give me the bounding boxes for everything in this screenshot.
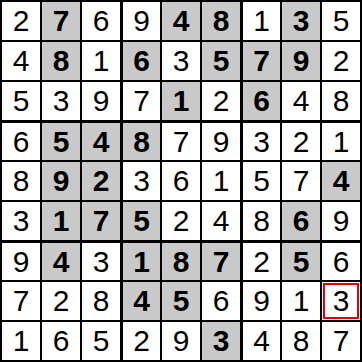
cell-r3c2[interactable]: 3 [42,82,80,120]
cell-r8c3[interactable]: 8 [82,282,120,320]
cell-r7c8[interactable]: 5 [282,242,320,280]
cell-r4c1[interactable]: 6 [2,122,40,160]
cell-r2c3[interactable]: 1 [82,42,120,80]
cell-r6c5[interactable]: 2 [162,202,200,240]
cell-r3c4[interactable]: 7 [122,82,160,120]
cell-r7c4[interactable]: 1 [122,242,160,280]
cell-r5c8[interactable]: 7 [282,162,320,200]
cell-r4c9[interactable]: 1 [322,122,360,160]
cell-r5c3[interactable]: 2 [82,162,120,200]
cell-r2c9[interactable]: 2 [322,42,360,80]
cell-r1c6[interactable]: 8 [202,2,240,40]
cell-r1c4[interactable]: 9 [122,2,160,40]
cell-r4c6[interactable]: 9 [202,122,240,160]
cell-r5c6[interactable]: 1 [202,162,240,200]
cell-r3c3[interactable]: 9 [82,82,120,120]
cell-r9c1[interactable]: 1 [2,322,40,360]
cell-r2c5[interactable]: 3 [162,42,200,80]
cell-r1c7[interactable]: 1 [242,2,280,40]
cell-r8c6[interactable]: 6 [202,282,240,320]
cell-r1c5[interactable]: 4 [162,2,200,40]
cell-r5c7[interactable]: 5 [242,162,280,200]
cell-r3c8[interactable]: 4 [282,82,320,120]
cell-r3c7[interactable]: 6 [242,82,280,120]
cell-r9c5[interactable]: 9 [162,322,200,360]
cell-r6c4[interactable]: 5 [122,202,160,240]
cell-r3c9[interactable]: 8 [322,82,360,120]
cell-r6c9[interactable]: 9 [322,202,360,240]
cell-r9c3[interactable]: 5 [82,322,120,360]
cell-r8c9[interactable]: 3 [322,282,360,320]
sudoku-board: 2769481354816357925397126486548793218923… [0,0,362,362]
cell-r9c4[interactable]: 2 [122,322,160,360]
cell-r7c9[interactable]: 6 [322,242,360,280]
cell-r8c1[interactable]: 7 [2,282,40,320]
cell-r4c3[interactable]: 4 [82,122,120,160]
cell-r6c8[interactable]: 6 [282,202,320,240]
cell-r4c2[interactable]: 5 [42,122,80,160]
cell-r1c1[interactable]: 2 [2,2,40,40]
cell-r6c3[interactable]: 7 [82,202,120,240]
cell-r6c6[interactable]: 4 [202,202,240,240]
cell-r8c2[interactable]: 2 [42,282,80,320]
cell-r5c5[interactable]: 6 [162,162,200,200]
cell-r6c7[interactable]: 8 [242,202,280,240]
cell-r4c7[interactable]: 3 [242,122,280,160]
cell-r5c1[interactable]: 8 [2,162,40,200]
cell-r7c6[interactable]: 7 [202,242,240,280]
cell-r8c5[interactable]: 5 [162,282,200,320]
cell-r7c3[interactable]: 3 [82,242,120,280]
cell-r6c2[interactable]: 1 [42,202,80,240]
cell-r7c7[interactable]: 2 [242,242,280,280]
cell-r5c2[interactable]: 9 [42,162,80,200]
cell-r2c7[interactable]: 7 [242,42,280,80]
cell-r3c5[interactable]: 1 [162,82,200,120]
cell-r5c4[interactable]: 3 [122,162,160,200]
cell-r7c1[interactable]: 9 [2,242,40,280]
cell-r2c1[interactable]: 4 [2,42,40,80]
cell-r8c8[interactable]: 1 [282,282,320,320]
cell-r9c2[interactable]: 6 [42,322,80,360]
cell-r5c9[interactable]: 4 [322,162,360,200]
cell-r7c2[interactable]: 4 [42,242,80,280]
cell-r4c8[interactable]: 2 [282,122,320,160]
cell-r1c8[interactable]: 3 [282,2,320,40]
cell-r8c4[interactable]: 4 [122,282,160,320]
cell-r7c5[interactable]: 8 [162,242,200,280]
cell-r1c2[interactable]: 7 [42,2,80,40]
cell-r1c9[interactable]: 5 [322,2,360,40]
cell-r1c3[interactable]: 6 [82,2,120,40]
cell-r2c6[interactable]: 5 [202,42,240,80]
cell-r2c4[interactable]: 6 [122,42,160,80]
cell-r9c9[interactable]: 7 [322,322,360,360]
cell-r3c6[interactable]: 2 [202,82,240,120]
cell-r9c7[interactable]: 4 [242,322,280,360]
cell-r9c8[interactable]: 8 [282,322,320,360]
cell-r2c8[interactable]: 9 [282,42,320,80]
cell-r3c1[interactable]: 5 [2,82,40,120]
cell-r4c5[interactable]: 7 [162,122,200,160]
cell-r4c4[interactable]: 8 [122,122,160,160]
cell-r8c7[interactable]: 9 [242,282,280,320]
cell-r9c6[interactable]: 3 [202,322,240,360]
cell-r2c2[interactable]: 8 [42,42,80,80]
cell-r6c1[interactable]: 3 [2,202,40,240]
